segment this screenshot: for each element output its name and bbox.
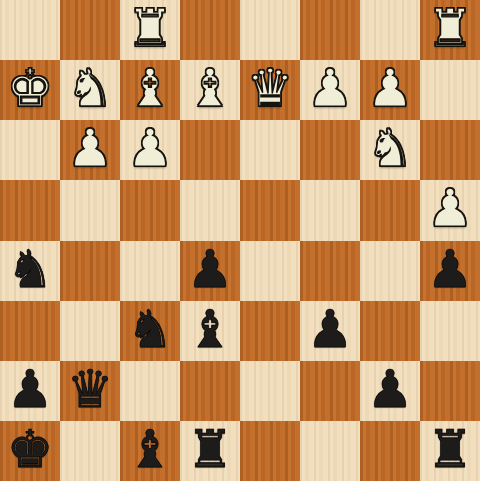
square-c8[interactable]: ♜ xyxy=(120,0,180,60)
square-g1[interactable] xyxy=(360,421,420,481)
square-a8[interactable] xyxy=(0,0,60,60)
square-c3[interactable]: ♞ xyxy=(120,301,180,361)
piece-black-bishop[interactable]: ♝ xyxy=(187,303,234,355)
square-h5[interactable]: ♟ xyxy=(420,180,480,240)
square-f3[interactable]: ♟ xyxy=(300,301,360,361)
square-b2[interactable]: ♛ xyxy=(60,361,120,421)
square-b5[interactable] xyxy=(60,180,120,240)
square-e2[interactable] xyxy=(240,361,300,421)
square-d1[interactable]: ♜ xyxy=(180,421,240,481)
piece-black-bishop[interactable]: ♝ xyxy=(127,423,174,475)
square-b6[interactable]: ♟ xyxy=(60,120,120,180)
square-d5[interactable] xyxy=(180,180,240,240)
square-e1[interactable] xyxy=(240,421,300,481)
piece-black-pawn[interactable]: ♟ xyxy=(427,243,474,295)
square-d7[interactable]: ♝ xyxy=(180,60,240,120)
square-d4[interactable]: ♟ xyxy=(180,241,240,301)
square-f8[interactable] xyxy=(300,0,360,60)
square-h2[interactable] xyxy=(420,361,480,421)
square-d6[interactable] xyxy=(180,120,240,180)
square-a4[interactable]: ♞ xyxy=(0,241,60,301)
square-a1[interactable]: ♚ xyxy=(0,421,60,481)
piece-white-queen[interactable]: ♛ xyxy=(247,62,294,114)
square-e5[interactable] xyxy=(240,180,300,240)
square-c6[interactable]: ♟ xyxy=(120,120,180,180)
square-g2[interactable]: ♟ xyxy=(360,361,420,421)
square-b3[interactable] xyxy=(60,301,120,361)
square-d3[interactable]: ♝ xyxy=(180,301,240,361)
piece-black-knight[interactable]: ♞ xyxy=(7,243,54,295)
square-e8[interactable] xyxy=(240,0,300,60)
piece-white-pawn[interactable]: ♟ xyxy=(127,122,174,174)
square-f5[interactable] xyxy=(300,180,360,240)
chess-board: ♜♜♚♞♝♝♛♟♟♟♟♞♟♞♟♟♞♝♟♟♛♟♚♝♜♜ xyxy=(0,0,480,481)
piece-white-knight[interactable]: ♞ xyxy=(367,122,414,174)
piece-black-pawn[interactable]: ♟ xyxy=(307,303,354,355)
square-h8[interactable]: ♜ xyxy=(420,0,480,60)
square-g5[interactable] xyxy=(360,180,420,240)
square-b1[interactable] xyxy=(60,421,120,481)
piece-white-pawn[interactable]: ♟ xyxy=(367,62,414,114)
square-g7[interactable]: ♟ xyxy=(360,60,420,120)
piece-white-rook[interactable]: ♜ xyxy=(427,2,474,54)
square-h7[interactable] xyxy=(420,60,480,120)
square-d2[interactable] xyxy=(180,361,240,421)
piece-black-king[interactable]: ♚ xyxy=(7,423,54,475)
square-h4[interactable]: ♟ xyxy=(420,241,480,301)
square-c1[interactable]: ♝ xyxy=(120,421,180,481)
square-a6[interactable] xyxy=(0,120,60,180)
square-h1[interactable]: ♜ xyxy=(420,421,480,481)
square-h3[interactable] xyxy=(420,301,480,361)
piece-white-knight[interactable]: ♞ xyxy=(67,62,114,114)
square-a2[interactable]: ♟ xyxy=(0,361,60,421)
piece-black-pawn[interactable]: ♟ xyxy=(367,363,414,415)
piece-black-rook[interactable]: ♜ xyxy=(187,423,234,475)
square-d8[interactable] xyxy=(180,0,240,60)
square-c4[interactable] xyxy=(120,241,180,301)
piece-white-pawn[interactable]: ♟ xyxy=(307,62,354,114)
square-c7[interactable]: ♝ xyxy=(120,60,180,120)
square-h6[interactable] xyxy=(420,120,480,180)
square-b4[interactable] xyxy=(60,241,120,301)
square-f2[interactable] xyxy=(300,361,360,421)
piece-white-bishop[interactable]: ♝ xyxy=(187,62,234,114)
square-f6[interactable] xyxy=(300,120,360,180)
square-f7[interactable]: ♟ xyxy=(300,60,360,120)
square-a5[interactable] xyxy=(0,180,60,240)
piece-black-rook[interactable]: ♜ xyxy=(427,423,474,475)
piece-black-pawn[interactable]: ♟ xyxy=(7,363,54,415)
square-c2[interactable] xyxy=(120,361,180,421)
square-e7[interactable]: ♛ xyxy=(240,60,300,120)
piece-white-king[interactable]: ♚ xyxy=(7,62,54,114)
piece-white-bishop[interactable]: ♝ xyxy=(127,62,174,114)
piece-black-pawn[interactable]: ♟ xyxy=(187,243,234,295)
piece-black-queen[interactable]: ♛ xyxy=(67,363,114,415)
piece-white-pawn[interactable]: ♟ xyxy=(67,122,114,174)
square-f4[interactable] xyxy=(300,241,360,301)
piece-white-pawn[interactable]: ♟ xyxy=(427,182,474,234)
square-g8[interactable] xyxy=(360,0,420,60)
square-a7[interactable]: ♚ xyxy=(0,60,60,120)
square-c5[interactable] xyxy=(120,180,180,240)
square-g4[interactable] xyxy=(360,241,420,301)
square-b8[interactable] xyxy=(60,0,120,60)
square-e6[interactable] xyxy=(240,120,300,180)
square-f1[interactable] xyxy=(300,421,360,481)
square-a3[interactable] xyxy=(0,301,60,361)
square-e4[interactable] xyxy=(240,241,300,301)
square-e3[interactable] xyxy=(240,301,300,361)
piece-black-knight[interactable]: ♞ xyxy=(127,303,174,355)
square-g3[interactable] xyxy=(360,301,420,361)
square-g6[interactable]: ♞ xyxy=(360,120,420,180)
piece-white-rook[interactable]: ♜ xyxy=(127,2,174,54)
square-b7[interactable]: ♞ xyxy=(60,60,120,120)
